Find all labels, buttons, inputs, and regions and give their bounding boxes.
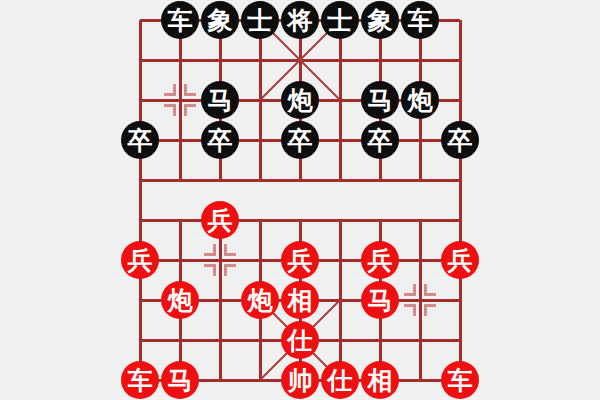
piece-red-elephant[interactable]: 相 (361, 361, 399, 399)
piece-red-soldier[interactable]: 兵 (121, 241, 159, 279)
piece-red-cannon[interactable]: 炮 (161, 281, 199, 319)
piece-black-elephant[interactable]: 象 (361, 1, 399, 39)
piece-red-cannon[interactable]: 炮 (241, 281, 279, 319)
piece-black-cannon[interactable]: 炮 (281, 81, 319, 119)
piece-red-chariot[interactable]: 车 (121, 361, 159, 399)
piece-red-advisor[interactable]: 仕 (321, 361, 359, 399)
piece-black-soldier[interactable]: 卒 (201, 121, 239, 159)
piece-black-soldier[interactable]: 卒 (281, 121, 319, 159)
piece-red-soldier[interactable]: 兵 (441, 241, 479, 279)
piece-black-soldier[interactable]: 卒 (121, 121, 159, 159)
piece-red-advisor[interactable]: 仕 (281, 321, 319, 359)
piece-black-cannon[interactable]: 炮 (401, 81, 439, 119)
pieces-layer: 车象士将士象车马炮马炮卒卒卒卒卒兵兵兵兵兵炮炮相马仕车马帅仕相车 (0, 0, 600, 400)
piece-black-horse[interactable]: 马 (361, 81, 399, 119)
piece-black-advisor[interactable]: 士 (241, 1, 279, 39)
piece-black-soldier[interactable]: 卒 (361, 121, 399, 159)
piece-black-elephant[interactable]: 象 (201, 1, 239, 39)
piece-red-soldier[interactable]: 兵 (201, 201, 239, 239)
piece-red-soldier[interactable]: 兵 (281, 241, 319, 279)
xiangqi-screen: 车象士将士象车马炮马炮卒卒卒卒卒兵兵兵兵兵炮炮相马仕车马帅仕相车 (0, 0, 600, 400)
piece-black-advisor[interactable]: 士 (321, 1, 359, 39)
piece-black-horse[interactable]: 马 (201, 81, 239, 119)
piece-red-soldier[interactable]: 兵 (361, 241, 399, 279)
piece-black-general[interactable]: 将 (281, 1, 319, 39)
piece-red-elephant[interactable]: 相 (281, 281, 319, 319)
piece-black-soldier[interactable]: 卒 (441, 121, 479, 159)
piece-red-horse[interactable]: 马 (161, 361, 199, 399)
piece-red-horse[interactable]: 马 (361, 281, 399, 319)
piece-red-general[interactable]: 帅 (281, 361, 319, 399)
piece-black-chariot[interactable]: 车 (401, 1, 439, 39)
xiangqi-board[interactable]: 车象士将士象车马炮马炮卒卒卒卒卒兵兵兵兵兵炮炮相马仕车马帅仕相车 (0, 0, 600, 400)
piece-red-chariot[interactable]: 车 (441, 361, 479, 399)
piece-black-chariot[interactable]: 车 (161, 1, 199, 39)
